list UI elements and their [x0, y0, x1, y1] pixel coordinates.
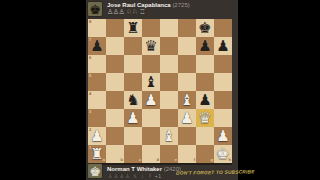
top-player-avatar[interactable]: ♚ — [87, 1, 103, 17]
square-d8[interactable] — [142, 19, 160, 37]
black-king-g8: ♚ — [196, 19, 214, 37]
square-h1[interactable]: h♚ — [214, 145, 232, 163]
rank-coordinate-8: 8 — [89, 20, 91, 24]
rank-coordinate-4: 4 — [89, 92, 91, 96]
captured-white-pieces-icons: ♙♙♙ ♘♘ ♖ — [107, 8, 145, 16]
top-player-rating: (2725) — [172, 2, 189, 8]
white-pawn-a2: ♟ — [88, 127, 106, 145]
square-g6[interactable] — [196, 55, 214, 73]
file-coordinate-g: g — [211, 158, 213, 162]
square-b2[interactable] — [106, 127, 124, 145]
square-b3[interactable] — [106, 109, 124, 127]
square-d2[interactable] — [142, 127, 160, 145]
file-coordinate-f: f — [194, 158, 195, 162]
black-king-avatar-icon: ♚ — [89, 3, 101, 16]
white-bishop-e2: ♝ — [160, 127, 178, 145]
square-e3[interactable] — [160, 109, 178, 127]
square-d6[interactable] — [142, 55, 160, 73]
square-d7[interactable]: ♛ — [142, 37, 160, 55]
square-a7[interactable]: 7♟ — [88, 37, 106, 55]
square-g7[interactable]: ♟ — [196, 37, 214, 55]
square-g3[interactable]: ♛ — [196, 109, 214, 127]
square-c2[interactable] — [124, 127, 142, 145]
black-bishop-d5: ♝ — [142, 73, 160, 91]
square-e2[interactable]: ♝ — [160, 127, 178, 145]
square-a1[interactable]: 1a♜ — [88, 145, 106, 163]
white-queen-g3: ♛ — [196, 109, 214, 127]
black-pawn-a7: ♟ — [88, 37, 106, 55]
square-h6[interactable] — [214, 55, 232, 73]
square-a8[interactable]: 8 — [88, 19, 106, 37]
square-g8[interactable]: ♚ — [196, 19, 214, 37]
square-h8[interactable] — [214, 19, 232, 37]
square-e7[interactable] — [160, 37, 178, 55]
square-c1[interactable]: c — [124, 145, 142, 163]
square-e4[interactable] — [160, 91, 178, 109]
square-e6[interactable] — [160, 55, 178, 73]
square-d5[interactable]: ♝ — [142, 73, 160, 91]
white-pawn-f3: ♟ — [178, 109, 196, 127]
square-f4[interactable]: ♝ — [178, 91, 196, 109]
chess-board[interactable]: 8♜♚7♟♛♟♟65♝4♞♟♝♟3♟♟♛2♟♝♟1a♜bcdefgh♚ — [88, 19, 232, 165]
bottom-captured-tray: ♟♟♟♟ ♞ ♝ ♜+1 — [107, 173, 161, 180]
square-a5[interactable]: 5 — [88, 73, 106, 91]
white-king-avatar-icon: ♚ — [89, 165, 101, 178]
black-pawn-h7: ♟ — [214, 37, 232, 55]
square-c8[interactable]: ♜ — [124, 19, 142, 37]
white-pawn-d4: ♟ — [142, 91, 160, 109]
white-pawn-c3: ♟ — [124, 109, 142, 127]
square-d3[interactable] — [142, 109, 160, 127]
black-queen-d7: ♛ — [142, 37, 160, 55]
black-pawn-g4: ♟ — [196, 91, 214, 109]
square-c5[interactable] — [124, 73, 142, 91]
square-c6[interactable] — [124, 55, 142, 73]
square-e8[interactable] — [160, 19, 178, 37]
file-coordinate-e: e — [175, 158, 177, 162]
square-b8[interactable] — [106, 19, 124, 37]
square-f6[interactable] — [178, 55, 196, 73]
subscribe-overlay-text: DON'T FORGET TO SUBSCRIBE — [176, 169, 255, 175]
white-bishop-f4: ♝ — [178, 91, 196, 109]
square-a3[interactable]: 3 — [88, 109, 106, 127]
square-g4[interactable]: ♟ — [196, 91, 214, 109]
rank-coordinate-6: 6 — [89, 56, 91, 60]
square-h3[interactable] — [214, 109, 232, 127]
file-coordinate-d: d — [157, 158, 159, 162]
square-f2[interactable] — [178, 127, 196, 145]
square-g1[interactable]: g — [196, 145, 214, 163]
square-f3[interactable]: ♟ — [178, 109, 196, 127]
bottom-player-avatar[interactable]: ♚ — [87, 163, 103, 179]
square-c7[interactable] — [124, 37, 142, 55]
square-f8[interactable] — [178, 19, 196, 37]
square-c4[interactable]: ♞ — [124, 91, 142, 109]
square-h7[interactable]: ♟ — [214, 37, 232, 55]
square-b5[interactable] — [106, 73, 124, 91]
black-pawn-g7: ♟ — [196, 37, 214, 55]
captured-black-pieces-icons: ♟♟♟♟ ♞ ♝ ♜ — [107, 172, 153, 180]
square-b7[interactable] — [106, 37, 124, 55]
square-g5[interactable] — [196, 73, 214, 91]
square-f7[interactable] — [178, 37, 196, 55]
rank-coordinate-5: 5 — [89, 74, 91, 78]
square-f5[interactable] — [178, 73, 196, 91]
square-a2[interactable]: 2♟ — [88, 127, 106, 145]
file-coordinate-b: b — [121, 158, 123, 162]
square-g2[interactable] — [196, 127, 214, 145]
material-advantage-badge: +1 — [155, 173, 162, 179]
square-e5[interactable] — [160, 73, 178, 91]
square-b1[interactable]: b — [106, 145, 124, 163]
white-pawn-h2: ♟ — [214, 127, 232, 145]
square-d1[interactable]: d — [142, 145, 160, 163]
white-rook-a1: ♜ — [88, 145, 106, 163]
square-h4[interactable] — [214, 91, 232, 109]
square-h2[interactable]: ♟ — [214, 127, 232, 145]
square-h5[interactable] — [214, 73, 232, 91]
file-coordinate-c: c — [139, 158, 141, 162]
video-frame: ♚ Jose Raul Capablanca (2725) ♙♙♙ ♘♘ ♖ 8… — [86, 0, 238, 180]
square-a4[interactable]: 4 — [88, 91, 106, 109]
square-e1[interactable]: e — [160, 145, 178, 163]
rank-coordinate-3: 3 — [89, 110, 91, 114]
square-a6[interactable]: 6 — [88, 55, 106, 73]
square-b6[interactable] — [106, 55, 124, 73]
square-d4[interactable]: ♟ — [142, 91, 160, 109]
black-rook-c8: ♜ — [124, 19, 142, 37]
white-king-h1: ♚ — [214, 145, 232, 163]
black-knight-c4: ♞ — [124, 91, 142, 109]
square-b4[interactable] — [106, 91, 124, 109]
top-captured-tray: ♙♙♙ ♘♘ ♖ — [107, 9, 145, 16]
square-f1[interactable]: f — [178, 145, 196, 163]
square-c3[interactable]: ♟ — [124, 109, 142, 127]
